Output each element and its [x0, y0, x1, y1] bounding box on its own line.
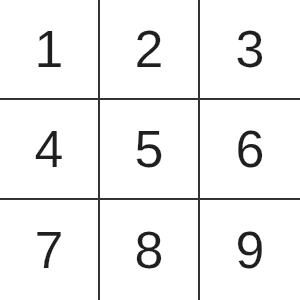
- cell-r1c1: 1: [0, 0, 100, 100]
- cell-r3c3: 9: [200, 200, 300, 300]
- cell-r3c2: 8: [100, 200, 200, 300]
- cell-r1c3: 3: [200, 0, 300, 100]
- cell-r1c2: 2: [100, 0, 200, 100]
- cell-r2c3: 6: [200, 100, 300, 200]
- cell-r2c1: 4: [0, 100, 100, 200]
- cell-r3c1: 7: [0, 200, 100, 300]
- cell-r2c2: 5: [100, 100, 200, 200]
- number-grid-board: 1 2 3 4 5 6 7 8 9: [0, 0, 300, 300]
